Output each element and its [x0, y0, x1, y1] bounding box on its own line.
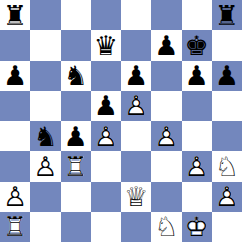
square-g3[interactable]: ♟♙	[182, 151, 212, 181]
white-knight[interactable]: ♞♘	[151, 212, 181, 242]
black-pawn-icon: ♟	[61, 121, 91, 151]
square-b4[interactable]: ♞	[30, 121, 60, 151]
square-d1[interactable]	[91, 212, 121, 242]
square-e3[interactable]	[121, 151, 151, 181]
square-c3[interactable]: ♜♖	[61, 151, 91, 181]
black-rook[interactable]: ♜	[212, 0, 242, 30]
square-c5[interactable]	[61, 91, 91, 121]
square-a2[interactable]: ♟♙	[0, 182, 30, 212]
square-b8[interactable]	[30, 0, 60, 30]
square-e2[interactable]: ♛♕	[121, 182, 151, 212]
square-h1[interactable]	[212, 212, 242, 242]
square-h2[interactable]: ♟♙	[212, 182, 242, 212]
square-f3[interactable]	[151, 151, 181, 181]
square-d3[interactable]	[91, 151, 121, 181]
white-pawn-outline-icon: ♙	[0, 182, 30, 212]
square-b7[interactable]	[30, 30, 60, 60]
white-pawn-icon: ♟	[151, 121, 181, 151]
chess-board: ♜♜♛♟♚♟♞♟♟♟♟♟♙♞♟♟♙♟♙♟♙♜♖♟♙♞♘♟♙♛♕♟♙♜♖♞♘♚♔	[0, 0, 242, 242]
black-rook-icon: ♜	[0, 0, 30, 30]
square-f1[interactable]: ♞♘	[151, 212, 181, 242]
black-king[interactable]: ♚	[182, 30, 212, 60]
square-a6[interactable]: ♟	[0, 61, 30, 91]
square-g2[interactable]	[182, 182, 212, 212]
square-c2[interactable]	[61, 182, 91, 212]
white-pawn-outline-icon: ♙	[91, 121, 121, 151]
white-pawn[interactable]: ♟♙	[151, 121, 181, 151]
white-queen-outline-icon: ♕	[121, 182, 151, 212]
black-pawn-icon: ♟	[121, 61, 151, 91]
white-knight[interactable]: ♞♘	[212, 151, 242, 181]
black-knight[interactable]: ♞	[30, 121, 60, 151]
square-d6[interactable]	[91, 61, 121, 91]
white-knight-icon: ♞	[212, 151, 242, 181]
black-pawn-icon: ♟	[212, 61, 242, 91]
black-pawn-icon: ♟	[91, 91, 121, 121]
black-pawn[interactable]: ♟	[151, 30, 181, 60]
square-b6[interactable]	[30, 61, 60, 91]
square-b2[interactable]	[30, 182, 60, 212]
black-rook-icon: ♜	[212, 0, 242, 30]
square-c7[interactable]	[61, 30, 91, 60]
black-pawn-icon: ♟	[151, 30, 181, 60]
square-h5[interactable]	[212, 91, 242, 121]
white-rook[interactable]: ♜♖	[61, 151, 91, 181]
square-e6[interactable]: ♟	[121, 61, 151, 91]
white-pawn-icon: ♟	[121, 91, 151, 121]
square-d8[interactable]	[91, 0, 121, 30]
white-queen-icon: ♛	[121, 182, 151, 212]
square-d7[interactable]: ♛	[91, 30, 121, 60]
white-pawn[interactable]: ♟♙	[212, 182, 242, 212]
white-pawn[interactable]: ♟♙	[182, 151, 212, 181]
square-h7[interactable]	[212, 30, 242, 60]
white-pawn-icon: ♟	[0, 182, 30, 212]
square-b3[interactable]: ♟♙	[30, 151, 60, 181]
square-h6[interactable]: ♟	[212, 61, 242, 91]
black-pawn[interactable]: ♟	[91, 91, 121, 121]
square-g1[interactable]: ♚♔	[182, 212, 212, 242]
black-pawn[interactable]: ♟	[121, 61, 151, 91]
square-g8[interactable]	[182, 0, 212, 30]
square-g5[interactable]	[182, 91, 212, 121]
square-g4[interactable]	[182, 121, 212, 151]
white-pawn-icon: ♟	[30, 151, 60, 181]
white-pawn-outline-icon: ♙	[30, 151, 60, 181]
white-rook-icon: ♜	[61, 151, 91, 181]
square-h8[interactable]: ♜	[212, 0, 242, 30]
square-d2[interactable]	[91, 182, 121, 212]
white-rook-outline-icon: ♖	[0, 212, 30, 242]
black-pawn[interactable]: ♟	[182, 61, 212, 91]
square-e8[interactable]	[121, 0, 151, 30]
white-pawn-outline-icon: ♙	[151, 121, 181, 151]
white-knight-outline-icon: ♘	[151, 212, 181, 242]
square-f5[interactable]	[151, 91, 181, 121]
square-a3[interactable]	[0, 151, 30, 181]
black-knight[interactable]: ♞	[61, 61, 91, 91]
square-g6[interactable]: ♟	[182, 61, 212, 91]
square-f2[interactable]	[151, 182, 181, 212]
black-pawn[interactable]: ♟	[0, 61, 30, 91]
square-b1[interactable]	[30, 212, 60, 242]
black-pawn-icon: ♟	[0, 61, 30, 91]
black-pawn[interactable]: ♟	[61, 121, 91, 151]
white-king-outline-icon: ♔	[182, 212, 212, 242]
square-a8[interactable]: ♜	[0, 0, 30, 30]
square-c1[interactable]	[61, 212, 91, 242]
black-pawn-icon: ♟	[182, 61, 212, 91]
black-queen-icon: ♛	[91, 30, 121, 60]
square-b5[interactable]	[30, 91, 60, 121]
square-f8[interactable]	[151, 0, 181, 30]
square-a5[interactable]	[0, 91, 30, 121]
black-king-icon: ♚	[182, 30, 212, 60]
square-f4[interactable]: ♟♙	[151, 121, 181, 151]
black-knight-icon: ♞	[30, 121, 60, 151]
white-knight-icon: ♞	[151, 212, 181, 242]
square-c4[interactable]: ♟	[61, 121, 91, 151]
black-knight-icon: ♞	[61, 61, 91, 91]
white-pawn-outline-icon: ♙	[121, 91, 151, 121]
white-pawn-icon: ♟	[182, 151, 212, 181]
square-f7[interactable]: ♟	[151, 30, 181, 60]
black-rook[interactable]: ♜	[0, 0, 30, 30]
white-king-icon: ♚	[182, 212, 212, 242]
white-pawn-icon: ♟	[91, 121, 121, 151]
white-pawn[interactable]: ♟♙	[121, 91, 151, 121]
white-pawn[interactable]: ♟♙	[30, 151, 60, 181]
white-pawn-outline-icon: ♙	[212, 182, 242, 212]
square-e7[interactable]	[121, 30, 151, 60]
square-a1[interactable]: ♜♖	[0, 212, 30, 242]
square-h4[interactable]	[212, 121, 242, 151]
white-rook-icon: ♜	[0, 212, 30, 242]
square-d5[interactable]: ♟	[91, 91, 121, 121]
square-e5[interactable]: ♟♙	[121, 91, 151, 121]
white-rook-outline-icon: ♖	[61, 151, 91, 181]
white-pawn[interactable]: ♟♙	[91, 121, 121, 151]
square-g7[interactable]: ♚	[182, 30, 212, 60]
white-queen[interactable]: ♛♕	[121, 182, 151, 212]
white-king[interactable]: ♚♔	[182, 212, 212, 242]
white-pawn-outline-icon: ♙	[182, 151, 212, 181]
square-e4[interactable]	[121, 121, 151, 151]
white-pawn[interactable]: ♟♙	[0, 182, 30, 212]
black-queen[interactable]: ♛	[91, 30, 121, 60]
white-rook[interactable]: ♜♖	[0, 212, 30, 242]
square-a4[interactable]	[0, 121, 30, 151]
white-knight-outline-icon: ♘	[212, 151, 242, 181]
square-c6[interactable]: ♞	[61, 61, 91, 91]
black-pawn[interactable]: ♟	[212, 61, 242, 91]
white-pawn-icon: ♟	[212, 182, 242, 212]
square-d4[interactable]: ♟♙	[91, 121, 121, 151]
square-f6[interactable]	[151, 61, 181, 91]
square-h3[interactable]: ♞♘	[212, 151, 242, 181]
square-c8[interactable]	[61, 0, 91, 30]
square-a7[interactable]	[0, 30, 30, 60]
square-e1[interactable]	[121, 212, 151, 242]
